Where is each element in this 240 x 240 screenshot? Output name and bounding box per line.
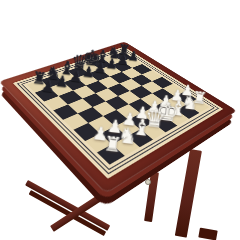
square-c2 <box>114 119 140 136</box>
square-d3 <box>116 104 140 119</box>
square-c5 <box>82 93 105 107</box>
square-d1 <box>140 122 166 139</box>
square-f1 <box>165 110 189 125</box>
square-a2 <box>85 133 112 152</box>
table-top-group: ♜♞♝♛♚♝♞♜♟♟♟♟♟♟♟♟♜♞♝♛♚♝♞♜♟♟♟♟♟♟♟♟ <box>0 0 240 240</box>
square-a5 <box>53 104 78 120</box>
square-d4 <box>105 96 128 110</box>
square-b5 <box>68 99 92 114</box>
square-e2 <box>140 107 164 122</box>
square-c1 <box>126 129 152 147</box>
square-a7 <box>35 88 58 102</box>
square-b2 <box>100 126 126 144</box>
square-g1 <box>176 104 199 119</box>
square-e3 <box>129 99 152 113</box>
square-f2 <box>152 102 175 117</box>
square-c4 <box>92 101 116 116</box>
square-d2 <box>128 113 153 129</box>
square-b1 <box>112 136 139 155</box>
square-a3 <box>74 123 100 141</box>
square-b6 <box>59 90 82 104</box>
square-a4 <box>63 113 89 130</box>
square-a1 <box>97 144 125 165</box>
photo-background: ♜♞♝♛♚♝♞♜♟♟♟♟♟♟♟♟♜♞♝♛♚♝♞♜♟♟♟♟♟♟♟♟ <box>0 0 240 240</box>
square-e1 <box>153 116 178 132</box>
square-b4 <box>78 107 103 123</box>
square-a6 <box>44 96 68 111</box>
square-b3 <box>89 116 115 133</box>
square-c3 <box>103 110 128 126</box>
chess-board-3d: ♜♞♝♛♚♝♞♜♟♟♟♟♟♟♟♟♜♞♝♛♚♝♞♜♟♟♟♟♟♟♟♟ <box>0 41 237 194</box>
board-cream-margin <box>13 47 224 179</box>
board-wooden-frame <box>0 41 237 194</box>
